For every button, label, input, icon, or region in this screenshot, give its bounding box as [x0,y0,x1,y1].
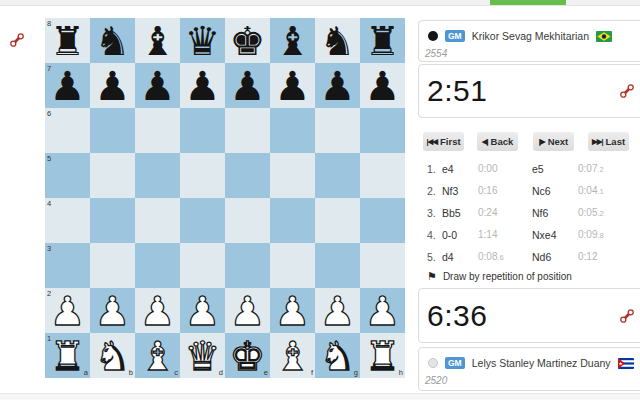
board-square[interactable]: ♚︎ [225,18,270,63]
board-square[interactable]: ♟︎ [135,63,180,108]
broadcast-link-icon[interactable] [9,32,25,48]
board-square[interactable] [315,153,360,198]
chess-piece[interactable]: ♟︎ [45,288,90,333]
black-move-san[interactable]: Nc6 [532,180,551,202]
move-number: 4. [427,224,436,246]
board-square[interactable]: ♜︎ [360,18,405,63]
black-move-san[interactable]: Nxe4 [532,224,557,246]
black-move-time: 0:04.1 [578,180,604,203]
player-rating-bottom: 2520 [425,375,640,386]
board-square[interactable]: ♝︎ [270,18,315,63]
white-move-time: 1:14 [478,224,497,246]
gm-title-badge: GM [445,30,465,42]
gm-title-badge: GM [445,357,465,369]
clock-card-top: 2:51 [418,64,640,118]
board-square[interactable]: d♛︎ [180,333,225,378]
nav-next-label: Next [548,136,569,147]
board-square[interactable] [225,198,270,243]
chess-piece[interactable]: ♝︎ [135,333,180,378]
board-square[interactable]: ♞︎ [315,18,360,63]
nav-last-label: Last [606,136,626,147]
black-move-time: 0:12 [578,246,597,268]
white-move-san[interactable]: d4 [442,246,454,268]
brazil-flag-icon [596,31,612,42]
board-square[interactable] [225,108,270,153]
board-square[interactable]: 8♜︎ [45,18,90,63]
board-square[interactable]: 5 [45,153,90,198]
time-tenths: .1 [597,187,603,196]
board-square[interactable]: 1a♜︎ [45,333,90,378]
chess-piece[interactable]: ♟︎ [225,288,270,333]
board-square[interactable] [135,153,180,198]
black-move-san[interactable]: Nf6 [532,202,548,224]
time-tenths: .8 [597,231,603,240]
move-number: 5. [427,246,436,268]
board-square[interactable]: ♟︎ [270,288,315,333]
chess-piece[interactable]: ♟︎ [135,288,180,333]
time-tenths: .2 [597,209,603,218]
board-square[interactable] [315,243,360,288]
chess-piece[interactable]: ♜︎ [45,333,90,378]
chess-piece[interactable]: ♞︎ [90,333,135,378]
player-card-top: GM Krikor Sevag Mekhitarian 2554 [418,20,640,62]
chess-piece[interactable]: ♟︎ [360,288,405,333]
black-move-san[interactable]: e5 [532,158,544,180]
clock-card-bottom: 6:36 [418,288,640,343]
time-tenths: .6 [497,253,503,262]
board-square[interactable]: ♟︎ [180,288,225,333]
black-move-time: 0:07.2 [578,158,604,181]
nav-first-button[interactable]: |◀◀ First [423,132,464,151]
skip-to-end-icon: ▶▶| [592,137,603,146]
move-number: 2. [427,180,436,202]
nav-first-label: First [440,136,461,147]
rank-label: 4 [47,199,51,208]
chess-piece[interactable]: ♟︎ [315,288,360,333]
skip-to-start-icon: |◀◀ [426,137,437,146]
flag-icon: ⚑ [427,271,437,282]
white-move-time: 0:08.6 [478,246,504,269]
board-square[interactable] [90,198,135,243]
board-square[interactable] [180,243,225,288]
board-square[interactable]: 2♟︎ [45,288,90,333]
chess-piece[interactable]: ♟︎ [45,63,90,108]
chess-piece[interactable]: ♛︎ [180,18,225,63]
white-move-san[interactable]: e4 [442,158,454,180]
chess-piece[interactable]: ♞︎ [315,333,360,378]
board-square[interactable] [180,108,225,153]
chess-piece[interactable]: ♟︎ [135,63,180,108]
chess-piece[interactable]: ♛︎ [180,333,225,378]
chess-piece[interactable]: ♚︎ [225,18,270,63]
board-square[interactable] [270,198,315,243]
white-move-san[interactable]: Bb5 [442,202,461,224]
board-square[interactable] [90,108,135,153]
chess-piece[interactable]: ♜︎ [360,333,405,378]
board-square[interactable] [225,243,270,288]
chess-piece[interactable]: ♟︎ [90,63,135,108]
white-move-time: 0:00 [478,158,497,180]
board-square[interactable]: ♟︎ [270,63,315,108]
cuba-flag-icon [618,358,634,369]
board-square[interactable]: ♛︎ [180,18,225,63]
player-name-bottom[interactable]: Lelys Stanley Martinez Duany [472,357,611,369]
chess-piece[interactable]: ♟︎ [180,63,225,108]
board-square[interactable] [225,153,270,198]
move-row: 3.Bb50:24Nf60:05.2 [418,202,640,224]
chess-piece[interactable]: ♞︎ [90,18,135,63]
chess-piece[interactable]: ♟︎ [90,288,135,333]
move-row: 1.e40:00e50:07.2 [418,158,640,180]
rank-label: 3 [47,244,51,253]
board-square[interactable]: g♞︎ [315,333,360,378]
chess-piece[interactable]: ♟︎ [225,63,270,108]
board-square[interactable]: 4 [45,198,90,243]
board-square[interactable]: ♟︎ [225,63,270,108]
board-square[interactable]: f♝︎ [270,333,315,378]
broadcast-link-icon[interactable] [619,308,635,324]
rank-label: 6 [47,109,51,118]
step-forward-icon: |▶ [539,137,545,146]
time-tenths: .2 [597,165,603,174]
move-number: 1. [427,158,436,180]
move-list: 1.e40:00e50:07.22.Nf30:16Nc60:04.13.Bb50… [418,158,640,268]
board-square[interactable]: ♟︎ [135,288,180,333]
chess-piece[interactable]: ♝︎ [270,333,315,378]
result-note-text: Draw by repetition of position [443,271,572,282]
player-rating-top: 2554 [425,48,640,59]
chess-piece[interactable]: ♟︎ [180,288,225,333]
board-square[interactable]: ♟︎ [90,63,135,108]
chess-piece[interactable]: ♟︎ [315,63,360,108]
clock-bottom: 6:36 [427,299,487,333]
white-move-san[interactable]: 0-0 [442,224,457,246]
player-card-bottom: GM Lelys Stanley Martinez Duany 2520 [418,347,640,391]
board-square[interactable]: c♝︎ [135,333,180,378]
nav-back-label: Back [491,136,514,147]
player-name-top[interactable]: Krikor Sevag Mekhitarian [472,30,589,42]
board-square[interactable] [270,243,315,288]
game-panel: GM Krikor Sevag Mekhitarian 2554 2:51 |◀… [418,0,640,400]
white-move-san[interactable]: Nf3 [442,180,458,202]
board-square[interactable]: b♞︎ [90,333,135,378]
chess-piece[interactable]: ♟︎ [270,288,315,333]
nav-last-button[interactable]: ▶▶| Last [588,132,629,151]
board-square[interactable]: ♟︎ [315,288,360,333]
white-side-dot-icon [428,358,438,368]
board-square[interactable]: 6 [45,108,90,153]
white-move-time: 0:16 [478,180,497,202]
board-square[interactable] [315,108,360,153]
board-square[interactable]: ♟︎ [360,288,405,333]
white-move-time: 0:24 [478,202,497,224]
board-square[interactable]: h♜︎ [360,333,405,378]
black-side-dot-icon [428,31,438,41]
move-row: 5.d40:08.6Nd60:12 [418,246,640,268]
chess-piece[interactable]: ♟︎ [360,63,405,108]
board-square[interactable] [360,198,405,243]
board-square[interactable]: ♞︎ [90,18,135,63]
move-row: 2.Nf30:16Nc60:04.1 [418,180,640,202]
board-square[interactable] [360,243,405,288]
chess-piece[interactable]: ♝︎ [135,18,180,63]
board-square[interactable]: 7♟︎ [45,63,90,108]
nav-next-button[interactable]: |▶ Next [533,132,574,151]
board-square[interactable]: ♟︎ [315,63,360,108]
board-square[interactable] [360,108,405,153]
move-number: 3. [427,202,436,224]
nav-back-button[interactable]: ◀| Back [477,132,518,151]
chess-piece[interactable]: ♜︎ [45,18,90,63]
board-square[interactable]: ♝︎ [135,18,180,63]
black-move-san[interactable]: Nd6 [532,246,551,268]
board-square[interactable]: 3 [45,243,90,288]
board-square[interactable]: e♚︎ [225,333,270,378]
chess-piece[interactable]: ♝︎ [270,18,315,63]
black-move-time: 0:05.2 [578,202,604,225]
board-square[interactable] [315,198,360,243]
board-square[interactable] [270,108,315,153]
board-square[interactable]: ♟︎ [90,288,135,333]
board-square[interactable] [135,243,180,288]
result-note: ⚑ Draw by repetition of position [427,268,572,284]
board-square[interactable] [360,153,405,198]
board-square[interactable] [270,153,315,198]
clock-top: 2:51 [427,74,487,108]
footer-strip [0,393,640,400]
black-move-time: 0:09.8 [578,224,604,247]
chess-piece[interactable]: ♟︎ [270,63,315,108]
rank-label: 5 [47,154,51,163]
chess-board[interactable]: 8♜︎♞︎♝︎♛︎♚︎♝︎♞︎♜︎7♟︎♟︎♟︎♟︎♟︎♟︎♟︎♟︎65432♟… [45,18,405,378]
board-square[interactable] [90,243,135,288]
board-square[interactable]: ♟︎ [360,63,405,108]
broadcast-link-icon[interactable] [619,83,635,99]
board-square[interactable] [180,153,225,198]
step-back-icon: ◀| [482,137,488,146]
board-square[interactable]: ♟︎ [180,63,225,108]
chess-piece[interactable]: ♞︎ [315,18,360,63]
board-square[interactable] [135,108,180,153]
chess-piece[interactable]: ♜︎ [360,18,405,63]
board-square[interactable] [135,198,180,243]
board-square[interactable] [90,153,135,198]
chess-piece[interactable]: ♚︎ [225,333,270,378]
board-square[interactable]: ♟︎ [225,288,270,333]
move-row: 4.0-01:14Nxe40:09.8 [418,224,640,246]
board-square[interactable] [180,198,225,243]
